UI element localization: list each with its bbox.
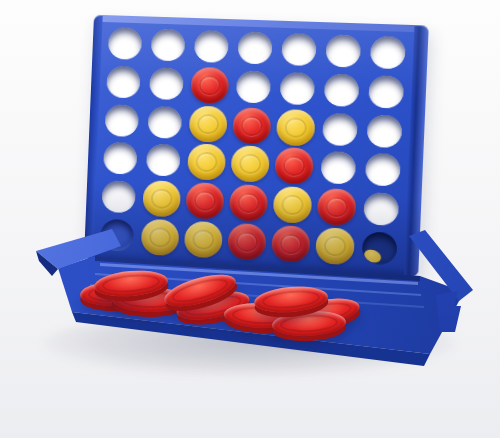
tray-discs bbox=[0, 0, 500, 438]
connect-four-scene bbox=[0, 0, 500, 438]
